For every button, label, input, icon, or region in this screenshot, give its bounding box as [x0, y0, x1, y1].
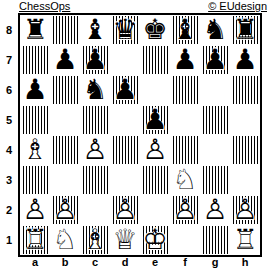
square-e8[interactable]: ♚♚ [140, 15, 170, 45]
square-g3[interactable] [200, 165, 230, 195]
square-b6[interactable] [50, 75, 80, 105]
square-e2[interactable] [140, 195, 170, 225]
square-e7[interactable] [140, 45, 170, 75]
piece-halo: ♟ [138, 103, 172, 137]
square-a5[interactable] [20, 105, 50, 135]
square-e4[interactable]: ♟♙ [140, 135, 170, 165]
square-c4[interactable]: ♟♙ [80, 135, 110, 165]
piece-black-pawn: ♟ [20, 75, 50, 105]
piece-halo: ♟ [78, 43, 112, 77]
piece-halo: ♟ [198, 43, 232, 77]
square-f8[interactable]: ♝♝ [170, 15, 200, 45]
square-c5[interactable] [80, 105, 110, 135]
square-a8[interactable]: ♜♜ [20, 15, 50, 45]
piece-black-queen: ♛ [110, 15, 140, 45]
file-label-f: f [170, 256, 200, 270]
piece-black-pawn: ♟ [140, 105, 170, 135]
piece-halo: ♜ [228, 13, 262, 47]
piece-halo: ♟ [48, 193, 82, 227]
piece-halo: ♝ [78, 13, 112, 47]
square-f1[interactable] [170, 225, 200, 255]
piece-halo: ♟ [18, 73, 52, 107]
piece-halo: ♞ [78, 73, 112, 107]
piece-halo: ♜ [18, 223, 52, 257]
piece-white-king: ♔ [140, 225, 170, 255]
square-f7[interactable]: ♟♟ [170, 45, 200, 75]
piece-black-bishop: ♝ [170, 15, 200, 45]
piece-black-pawn: ♟ [230, 45, 260, 75]
piece-halo: ♟ [48, 43, 82, 77]
piece-white-pawn: ♙ [110, 195, 140, 225]
file-label-c: c [80, 256, 110, 270]
square-g2[interactable]: ♟♙ [200, 195, 230, 225]
piece-white-rook: ♖ [20, 225, 50, 255]
rank-label-2: 2 [0, 195, 18, 225]
piece-white-bishop: ♗ [80, 225, 110, 255]
piece-halo: ♞ [168, 163, 202, 197]
square-h5[interactable] [230, 105, 260, 135]
piece-halo: ♛ [108, 13, 142, 47]
piece-white-pawn: ♙ [140, 135, 170, 165]
piece-black-knight: ♞ [200, 15, 230, 45]
square-e1[interactable]: ♚♔ [140, 225, 170, 255]
piece-halo: ♝ [78, 223, 112, 257]
square-h1[interactable]: ♜♖ [230, 225, 260, 255]
piece-halo: ♟ [18, 193, 52, 227]
square-d1[interactable]: ♛♕ [110, 225, 140, 255]
piece-white-pawn: ♙ [80, 135, 110, 165]
square-a2[interactable]: ♟♙ [20, 195, 50, 225]
piece-black-pawn: ♟ [170, 45, 200, 75]
square-e3[interactable] [140, 165, 170, 195]
square-d5[interactable] [110, 105, 140, 135]
piece-halo: ♟ [228, 43, 262, 77]
piece-halo: ♟ [168, 193, 202, 227]
square-d7[interactable] [110, 45, 140, 75]
file-label-g: g [200, 256, 230, 270]
square-g8[interactable]: ♞♞ [200, 15, 230, 45]
piece-black-bishop: ♝ [80, 15, 110, 45]
square-g1[interactable] [200, 225, 230, 255]
piece-black-knight: ♞ [80, 75, 110, 105]
piece-halo: ♟ [138, 133, 172, 167]
piece-halo: ♟ [168, 43, 202, 77]
piece-halo: ♚ [138, 13, 172, 47]
piece-halo: ♝ [168, 13, 202, 47]
square-g4[interactable] [200, 135, 230, 165]
square-h8[interactable]: ♜♜ [230, 15, 260, 45]
square-f5[interactable] [170, 105, 200, 135]
square-h6[interactable] [230, 75, 260, 105]
rank-label-1: 1 [0, 225, 18, 255]
piece-black-pawn: ♟ [50, 45, 80, 75]
piece-halo: ♟ [198, 193, 232, 227]
square-h3[interactable] [230, 165, 260, 195]
square-c6[interactable]: ♞♞ [80, 75, 110, 105]
square-h2[interactable]: ♟♙ [230, 195, 260, 225]
square-g6[interactable] [200, 75, 230, 105]
piece-white-rook: ♖ [230, 225, 260, 255]
square-a4[interactable]: ♝♗ [20, 135, 50, 165]
square-c8[interactable]: ♝♝ [80, 15, 110, 45]
piece-halo: ♞ [198, 13, 232, 47]
square-f6[interactable] [170, 75, 200, 105]
square-c1[interactable]: ♝♗ [80, 225, 110, 255]
file-label-h: h [230, 256, 260, 270]
square-e6[interactable] [140, 75, 170, 105]
piece-halo: ♞ [48, 223, 82, 257]
piece-white-bishop: ♗ [20, 135, 50, 165]
piece-black-king: ♚ [140, 15, 170, 45]
piece-halo: ♟ [108, 193, 142, 227]
piece-black-pawn: ♟ [110, 75, 140, 105]
chess-board: ♜♜♝♝♛♛♚♚♝♝♞♞♜♜♟♟♟♟♟♟♟♟♟♟♟♟♞♞♟♟♟♟♝♗♟♙♟♙♞♘… [18, 13, 262, 257]
piece-black-pawn: ♟ [200, 45, 230, 75]
square-g7[interactable]: ♟♟ [200, 45, 230, 75]
rank-label-7: 7 [0, 45, 18, 75]
piece-white-pawn: ♙ [50, 195, 80, 225]
square-a6[interactable]: ♟♟ [20, 75, 50, 105]
square-h4[interactable] [230, 135, 260, 165]
app-title: ChessOps [19, 0, 70, 13]
square-b4[interactable] [50, 135, 80, 165]
rank-label-6: 6 [0, 75, 18, 105]
square-d6[interactable]: ♟♟ [110, 75, 140, 105]
square-d2[interactable]: ♟♙ [110, 195, 140, 225]
square-d3[interactable] [110, 165, 140, 195]
square-e5[interactable]: ♟♟ [140, 105, 170, 135]
square-d4[interactable] [110, 135, 140, 165]
square-b3[interactable] [50, 165, 80, 195]
piece-halo: ♜ [18, 13, 52, 47]
piece-halo: ♜ [228, 223, 262, 257]
copyright-notice: © EUdesign [208, 0, 267, 13]
square-b2[interactable]: ♟♙ [50, 195, 80, 225]
file-label-e: e [140, 256, 170, 270]
piece-black-pawn: ♟ [80, 45, 110, 75]
piece-black-rook: ♜ [20, 15, 50, 45]
file-labels: abcdefgh [20, 256, 260, 270]
square-f3[interactable]: ♞♘ [170, 165, 200, 195]
piece-white-pawn: ♙ [170, 195, 200, 225]
square-c3[interactable] [80, 165, 110, 195]
file-label-d: d [110, 256, 140, 270]
piece-white-knight: ♘ [50, 225, 80, 255]
square-b7[interactable]: ♟♟ [50, 45, 80, 75]
piece-halo: ♚ [138, 223, 172, 257]
rank-labels: 87654321 [0, 15, 18, 255]
rank-label-4: 4 [0, 135, 18, 165]
piece-halo: ♟ [108, 73, 142, 107]
square-g5[interactable] [200, 105, 230, 135]
rank-label-3: 3 [0, 165, 18, 195]
piece-white-pawn: ♙ [20, 195, 50, 225]
rank-label-5: 5 [0, 105, 18, 135]
piece-white-pawn: ♙ [230, 195, 260, 225]
piece-halo: ♟ [78, 133, 112, 167]
square-c7[interactable]: ♟♟ [80, 45, 110, 75]
square-a7[interactable] [20, 45, 50, 75]
piece-white-queen: ♕ [110, 225, 140, 255]
rank-label-8: 8 [0, 15, 18, 45]
square-b1[interactable]: ♞♘ [50, 225, 80, 255]
piece-halo: ♛ [108, 223, 142, 257]
square-c2[interactable] [80, 195, 110, 225]
piece-white-knight: ♘ [170, 165, 200, 195]
square-f2[interactable]: ♟♙ [170, 195, 200, 225]
square-d8[interactable]: ♛♛ [110, 15, 140, 45]
square-b8[interactable] [50, 15, 80, 45]
file-label-b: b [50, 256, 80, 270]
square-f4[interactable] [170, 135, 200, 165]
piece-white-pawn: ♙ [200, 195, 230, 225]
square-a3[interactable] [20, 165, 50, 195]
file-label-a: a [20, 256, 50, 270]
square-b5[interactable] [50, 105, 80, 135]
piece-halo: ♝ [18, 133, 52, 167]
square-h7[interactable]: ♟♟ [230, 45, 260, 75]
piece-black-rook: ♜ [230, 15, 260, 45]
square-a1[interactable]: ♜♖ [20, 225, 50, 255]
piece-halo: ♟ [228, 193, 262, 227]
